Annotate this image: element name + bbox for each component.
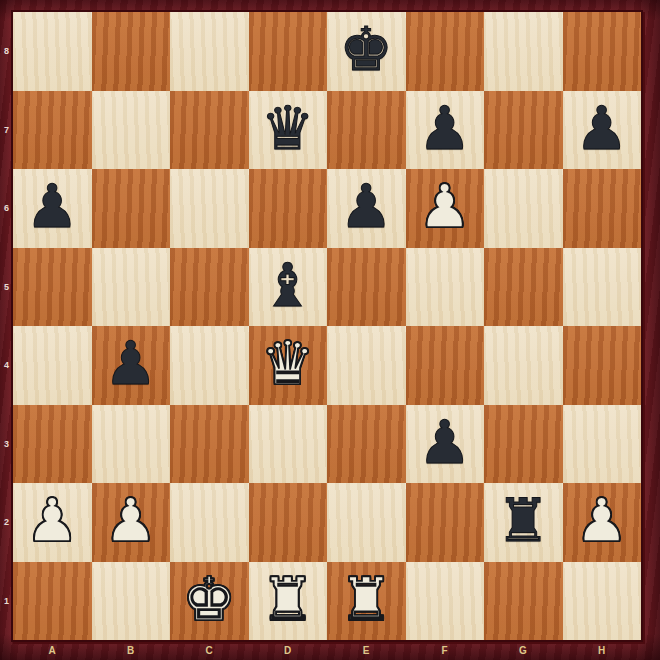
black-rook-icon[interactable]: ♜ — [496, 490, 550, 550]
square-c4[interactable] — [170, 326, 249, 405]
square-c5[interactable] — [170, 248, 249, 327]
square-h1[interactable] — [563, 562, 642, 641]
square-a6[interactable]: ♟ — [13, 169, 92, 248]
square-g6[interactable] — [484, 169, 563, 248]
square-g5[interactable] — [484, 248, 563, 327]
square-f5[interactable] — [406, 248, 485, 327]
square-e2[interactable] — [327, 483, 406, 562]
chess-board-frame: 87654321 ♚♛♟♟♟♟♟♝♟♛♟♟♟♜♟♚♜♜ ABCDEFGH — [0, 0, 660, 660]
white-pawn-icon[interactable]: ♟ — [104, 490, 158, 550]
square-e5[interactable] — [327, 248, 406, 327]
black-bishop-icon[interactable]: ♝ — [261, 255, 315, 315]
file-label-d: D — [249, 642, 328, 658]
square-f6[interactable]: ♟ — [406, 169, 485, 248]
square-g3[interactable] — [484, 405, 563, 484]
square-g7[interactable] — [484, 91, 563, 170]
square-d6[interactable] — [249, 169, 328, 248]
square-e4[interactable] — [327, 326, 406, 405]
rank-label-3: 3 — [0, 405, 13, 484]
white-king-icon[interactable]: ♚ — [182, 569, 236, 629]
square-a1[interactable] — [13, 562, 92, 641]
black-king-icon[interactable]: ♚ — [339, 19, 393, 79]
square-a8[interactable] — [13, 12, 92, 91]
square-d5[interactable]: ♝ — [249, 248, 328, 327]
square-e7[interactable] — [327, 91, 406, 170]
file-label-c: C — [170, 642, 249, 658]
black-pawn-icon[interactable]: ♟ — [418, 412, 472, 472]
file-label-b: B — [92, 642, 171, 658]
square-a3[interactable] — [13, 405, 92, 484]
square-b4[interactable]: ♟ — [92, 326, 171, 405]
square-h4[interactable] — [563, 326, 642, 405]
square-c7[interactable] — [170, 91, 249, 170]
file-label-f: F — [406, 642, 485, 658]
rank-labels: 87654321 — [0, 12, 13, 640]
square-c1[interactable]: ♚ — [170, 562, 249, 641]
square-h8[interactable] — [563, 12, 642, 91]
black-pawn-icon[interactable]: ♟ — [339, 176, 393, 236]
square-c8[interactable] — [170, 12, 249, 91]
square-f4[interactable] — [406, 326, 485, 405]
rank-label-4: 4 — [0, 326, 13, 405]
white-rook-icon[interactable]: ♜ — [261, 569, 315, 629]
square-h7[interactable]: ♟ — [563, 91, 642, 170]
white-queen-icon[interactable]: ♛ — [261, 333, 315, 393]
square-b5[interactable] — [92, 248, 171, 327]
square-h2[interactable]: ♟ — [563, 483, 642, 562]
rank-label-8: 8 — [0, 12, 13, 91]
square-h5[interactable] — [563, 248, 642, 327]
square-a2[interactable]: ♟ — [13, 483, 92, 562]
file-label-a: A — [13, 642, 92, 658]
file-label-g: G — [484, 642, 563, 658]
square-g4[interactable] — [484, 326, 563, 405]
square-b3[interactable] — [92, 405, 171, 484]
square-a7[interactable] — [13, 91, 92, 170]
black-pawn-icon[interactable]: ♟ — [575, 98, 629, 158]
square-b7[interactable] — [92, 91, 171, 170]
rank-label-1: 1 — [0, 562, 13, 641]
square-e1[interactable]: ♜ — [327, 562, 406, 641]
square-e3[interactable] — [327, 405, 406, 484]
square-b1[interactable] — [92, 562, 171, 641]
black-queen-icon[interactable]: ♛ — [261, 98, 315, 158]
white-pawn-icon[interactable]: ♟ — [575, 490, 629, 550]
square-d2[interactable] — [249, 483, 328, 562]
square-b6[interactable] — [92, 169, 171, 248]
square-h3[interactable] — [563, 405, 642, 484]
rank-label-2: 2 — [0, 483, 13, 562]
square-f7[interactable]: ♟ — [406, 91, 485, 170]
file-labels: ABCDEFGH — [13, 642, 641, 658]
square-d7[interactable]: ♛ — [249, 91, 328, 170]
file-label-e: E — [327, 642, 406, 658]
square-a5[interactable] — [13, 248, 92, 327]
square-g2[interactable]: ♜ — [484, 483, 563, 562]
square-c6[interactable] — [170, 169, 249, 248]
square-g1[interactable] — [484, 562, 563, 641]
square-h6[interactable] — [563, 169, 642, 248]
white-pawn-icon[interactable]: ♟ — [418, 176, 472, 236]
black-pawn-icon[interactable]: ♟ — [25, 176, 79, 236]
square-e8[interactable]: ♚ — [327, 12, 406, 91]
square-a4[interactable] — [13, 326, 92, 405]
square-f2[interactable] — [406, 483, 485, 562]
square-c3[interactable] — [170, 405, 249, 484]
rank-label-6: 6 — [0, 169, 13, 248]
square-b8[interactable] — [92, 12, 171, 91]
black-pawn-icon[interactable]: ♟ — [104, 333, 158, 393]
square-d1[interactable]: ♜ — [249, 562, 328, 641]
rank-label-5: 5 — [0, 248, 13, 327]
black-pawn-icon[interactable]: ♟ — [418, 98, 472, 158]
square-d3[interactable] — [249, 405, 328, 484]
square-f3[interactable]: ♟ — [406, 405, 485, 484]
file-label-h: H — [563, 642, 642, 658]
white-rook-icon[interactable]: ♜ — [339, 569, 393, 629]
board: ♚♛♟♟♟♟♟♝♟♛♟♟♟♜♟♚♜♜ — [13, 12, 641, 640]
square-e6[interactable]: ♟ — [327, 169, 406, 248]
square-f1[interactable] — [406, 562, 485, 641]
square-c2[interactable] — [170, 483, 249, 562]
white-pawn-icon[interactable]: ♟ — [25, 490, 79, 550]
rank-label-7: 7 — [0, 91, 13, 170]
square-d4[interactable]: ♛ — [249, 326, 328, 405]
square-b2[interactable]: ♟ — [92, 483, 171, 562]
square-d8[interactable] — [249, 12, 328, 91]
square-f8[interactable] — [406, 12, 485, 91]
square-g8[interactable] — [484, 12, 563, 91]
